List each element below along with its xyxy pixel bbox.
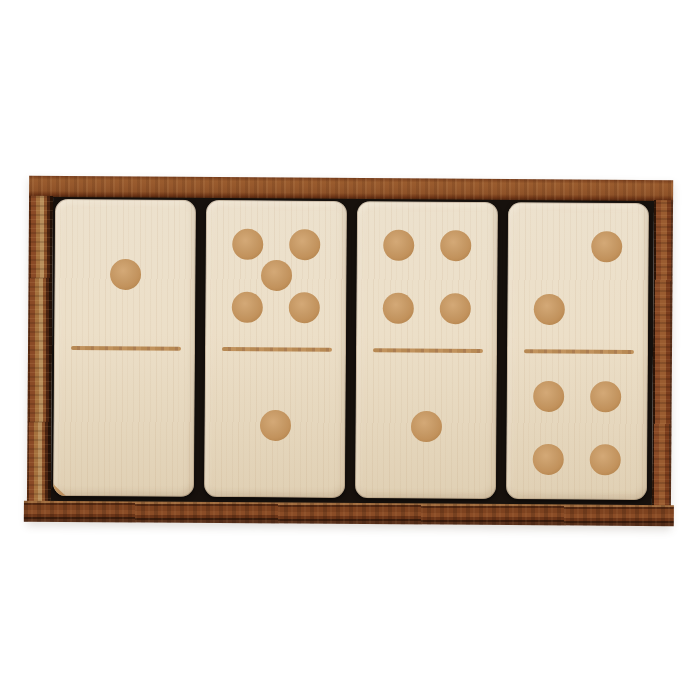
pip — [289, 229, 320, 260]
box-frame-left — [27, 196, 53, 504]
pip — [259, 410, 290, 441]
domino-tile-4-1 — [355, 201, 498, 499]
tile-top-half — [54, 199, 196, 346]
pip — [410, 411, 441, 442]
domino-tile-5-1 — [204, 200, 347, 498]
product-photo — [0, 0, 700, 700]
pip — [533, 381, 564, 412]
pip — [534, 294, 565, 325]
pip — [383, 230, 414, 261]
pip — [232, 229, 263, 260]
pip — [439, 293, 470, 324]
pip — [232, 292, 263, 323]
domino-tile-1-0 — [53, 199, 196, 497]
pip — [383, 293, 414, 324]
tile-bottom-half — [355, 352, 497, 499]
pip — [591, 231, 622, 262]
box-interior — [51, 197, 654, 506]
pip — [589, 445, 620, 476]
pip — [109, 259, 140, 290]
pip — [590, 382, 621, 413]
tile-bottom-half — [53, 349, 195, 496]
domino-box — [27, 176, 673, 526]
pip — [533, 444, 564, 475]
tile-top-half — [507, 202, 649, 349]
box-frame-bottom — [24, 501, 674, 527]
pip — [260, 260, 291, 291]
tile-top-half — [356, 201, 498, 348]
box-frame-right — [652, 200, 673, 508]
domino-tile-2-4 — [506, 202, 649, 500]
tile-top-half — [205, 200, 347, 347]
tile-bottom-half — [506, 353, 648, 500]
pip — [288, 292, 319, 323]
pip — [440, 230, 471, 261]
tile-bottom-half — [204, 350, 346, 497]
